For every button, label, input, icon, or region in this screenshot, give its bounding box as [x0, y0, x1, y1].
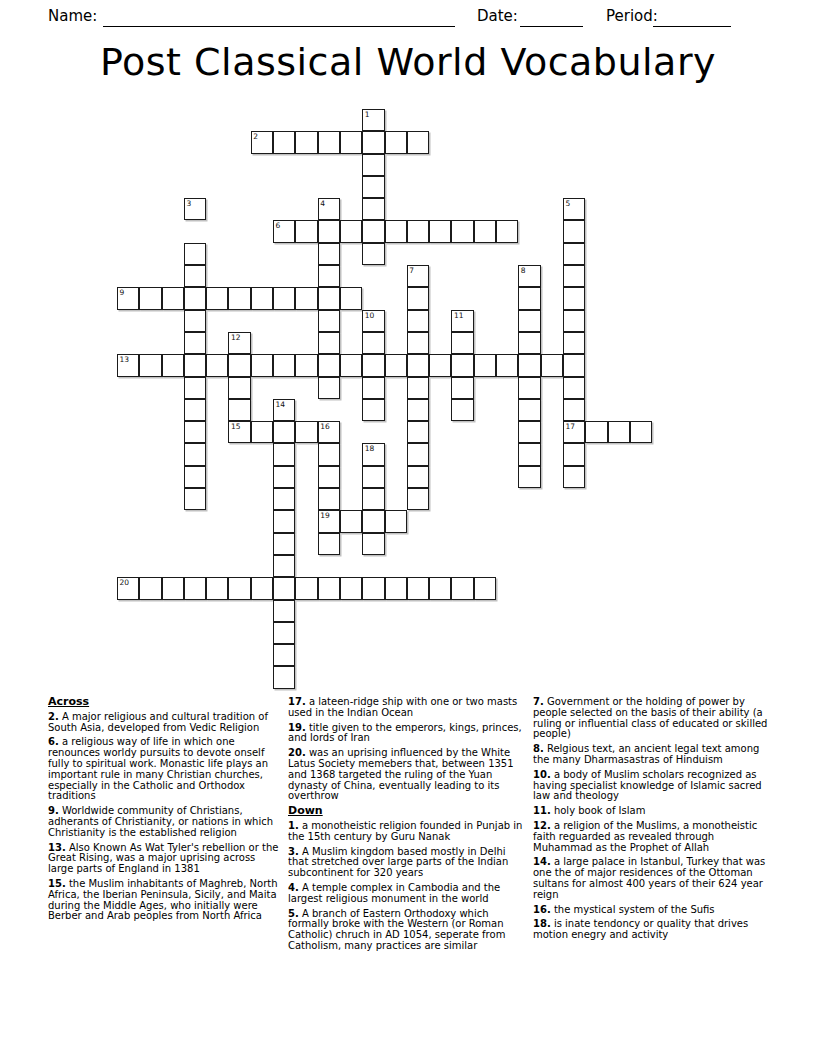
- grid-cell-r18c11[interactable]: [362, 510, 384, 532]
- grid-cell-r21c6[interactable]: [251, 577, 273, 599]
- cell-number-17: 17: [565, 422, 575, 431]
- clue-down-18: 18. is inate tendoncy or quality that dr…: [533, 919, 775, 941]
- grid-cell-r10c15[interactable]: [451, 332, 473, 354]
- grid-cell-r10c9[interactable]: [318, 332, 340, 354]
- cell-number-6: 6: [276, 221, 281, 230]
- grid-cell-r8c18[interactable]: [518, 287, 540, 309]
- grid-cell-r1c13[interactable]: [407, 131, 429, 153]
- grid-cell-r13c11[interactable]: [362, 399, 384, 421]
- clue-column-3: 7. Government or the holding of power by…: [533, 697, 775, 945]
- cell-number-9: 9: [120, 288, 125, 297]
- clue-down-5: 5. A branch of Eastern Orthodoxy which f…: [288, 909, 528, 952]
- grid-cell-r19c11[interactable]: [362, 533, 384, 555]
- grid-cell-r18c7[interactable]: [273, 510, 295, 532]
- grid-cell-r21c7[interactable]: [273, 577, 295, 599]
- grid-cell-r14c5[interactable]: 15: [228, 421, 250, 443]
- grid-cell-r21c11[interactable]: [362, 577, 384, 599]
- grid-cell-r1c6[interactable]: 2: [251, 131, 273, 153]
- grid-cell-r10c13[interactable]: [407, 332, 429, 354]
- grid-cell-r15c3[interactable]: [184, 443, 206, 465]
- grid-cell-r10c3[interactable]: [184, 332, 206, 354]
- clue-down-11: 11. holy book of Islam: [533, 806, 775, 817]
- clue-down-12: 12. a religion of the Muslims, a monothe…: [533, 821, 775, 853]
- grid-cell-r18c12[interactable]: [385, 510, 407, 532]
- cell-number-16: 16: [320, 422, 330, 431]
- grid-cell-r22c7[interactable]: [273, 600, 295, 622]
- grid-cell-r15c20[interactable]: [563, 443, 585, 465]
- grid-cell-r5c11[interactable]: [362, 220, 384, 242]
- grid-cell-r11c2[interactable]: [162, 354, 184, 376]
- clue-across-15: 15. the Muslim inhabitants of Maghreb, N…: [48, 879, 281, 922]
- down-clues-part1: 1. a monotheistic religion founded in Pu…: [288, 821, 528, 952]
- grid-cell-r12c5[interactable]: [228, 377, 250, 399]
- grid-cell-r6c20[interactable]: [563, 243, 585, 265]
- grid-cell-r12c20[interactable]: [563, 377, 585, 399]
- grid-cell-r0c11[interactable]: 1: [362, 109, 384, 131]
- grid-cell-r8c5[interactable]: [228, 287, 250, 309]
- date-line[interactable]: [520, 8, 583, 27]
- grid-cell-r5c17[interactable]: [496, 220, 518, 242]
- crossword-grid: 1234567891011121314151617181920: [117, 109, 652, 689]
- grid-cell-r11c3[interactable]: [184, 354, 206, 376]
- clue-down-10: 10. a body of Muslim scholars recognized…: [533, 770, 775, 802]
- grid-cell-r16c7[interactable]: [273, 466, 295, 488]
- grid-cell-r21c8[interactable]: [295, 577, 317, 599]
- grid-cell-r21c5[interactable]: [228, 577, 250, 599]
- grid-cell-r1c9[interactable]: [318, 131, 340, 153]
- grid-cell-r25c7[interactable]: [273, 666, 295, 688]
- grid-cell-r21c1[interactable]: [139, 577, 161, 599]
- cell-number-2: 2: [253, 132, 258, 141]
- grid-cell-r13c20[interactable]: [563, 399, 585, 421]
- grid-cell-r20c7[interactable]: [273, 555, 295, 577]
- grid-cell-r5c8[interactable]: [295, 220, 317, 242]
- grid-cell-r21c9[interactable]: [318, 577, 340, 599]
- grid-cell-r5c12[interactable]: [385, 220, 407, 242]
- clue-column-2: 17. a lateen-ridge ship with one or two …: [288, 697, 528, 956]
- cell-number-5: 5: [565, 199, 570, 208]
- cell-number-11: 11: [454, 311, 464, 320]
- grid-cell-r8c20[interactable]: [563, 287, 585, 309]
- grid-cell-r11c6[interactable]: [251, 354, 273, 376]
- grid-cell-r21c16[interactable]: [474, 577, 496, 599]
- grid-cell-r19c7[interactable]: [273, 533, 295, 555]
- cell-number-18: 18: [365, 444, 375, 453]
- grid-cell-r4c9[interactable]: 4: [318, 198, 340, 220]
- grid-cell-r11c9[interactable]: [318, 354, 340, 376]
- down-heading: Down: [288, 806, 528, 817]
- grid-cell-r21c13[interactable]: [407, 577, 429, 599]
- grid-cell-r4c11[interactable]: [362, 198, 384, 220]
- grid-cell-r11c4[interactable]: [206, 354, 228, 376]
- clue-down-3: 3. A Muslim kingdom based mostly in Delh…: [288, 847, 528, 879]
- grid-cell-r1c11[interactable]: [362, 131, 384, 153]
- grid-cell-r13c5[interactable]: [228, 399, 250, 421]
- grid-cell-r13c18[interactable]: [518, 399, 540, 421]
- grid-cell-r13c13[interactable]: [407, 399, 429, 421]
- grid-cell-r5c9[interactable]: [318, 220, 340, 242]
- grid-cell-r17c13[interactable]: [407, 488, 429, 510]
- grid-cell-r8c4[interactable]: [206, 287, 228, 309]
- grid-cell-r11c19[interactable]: [541, 354, 563, 376]
- cell-number-13: 13: [120, 355, 130, 364]
- clue-across-17: 17. a lateen-ridge ship with one or two …: [288, 697, 528, 719]
- grid-cell-r5c20[interactable]: [563, 220, 585, 242]
- grid-cell-r17c11[interactable]: [362, 488, 384, 510]
- grid-cell-r12c18[interactable]: [518, 377, 540, 399]
- grid-cell-r11c5[interactable]: [228, 354, 250, 376]
- grid-cell-r11c15[interactable]: [451, 354, 473, 376]
- grid-cell-r7c18[interactable]: 8: [518, 265, 540, 287]
- grid-cell-r15c7[interactable]: [273, 443, 295, 465]
- grid-cell-r11c12[interactable]: [385, 354, 407, 376]
- date-label: Date:: [477, 7, 518, 26]
- grid-cell-r9c3[interactable]: [184, 310, 206, 332]
- grid-cell-r8c9[interactable]: [318, 287, 340, 309]
- grid-cell-r5c7[interactable]: 6: [273, 220, 295, 242]
- grid-cell-r14c18[interactable]: [518, 421, 540, 443]
- grid-cell-r13c3[interactable]: [184, 399, 206, 421]
- clue-across-13: 13. Also Known As Wat Tyler's rebellion …: [48, 843, 281, 875]
- grid-cell-r4c20[interactable]: 5: [563, 198, 585, 220]
- cell-number-3: 3: [186, 199, 191, 208]
- grid-cell-r11c0[interactable]: 13: [117, 354, 139, 376]
- grid-cell-r7c13[interactable]: 7: [407, 265, 429, 287]
- grid-cell-r12c9[interactable]: [318, 377, 340, 399]
- grid-cell-r11c1[interactable]: [139, 354, 161, 376]
- grid-cell-r9c15[interactable]: 11: [451, 310, 473, 332]
- down-clues-part2: 7. Government or the holding of power by…: [533, 697, 775, 941]
- grid-cell-r21c2[interactable]: [162, 577, 184, 599]
- grid-cell-r17c3[interactable]: [184, 488, 206, 510]
- grid-cell-r5c14[interactable]: [429, 220, 451, 242]
- grid-cell-r12c15[interactable]: [451, 377, 473, 399]
- cell-number-7: 7: [409, 266, 414, 275]
- grid-cell-r14c7[interactable]: [273, 421, 295, 443]
- grid-cell-r10c11[interactable]: [362, 332, 384, 354]
- grid-cell-r15c9[interactable]: [318, 443, 340, 465]
- grid-cell-r17c9[interactable]: [318, 488, 340, 510]
- grid-cell-r14c20[interactable]: 17: [563, 421, 585, 443]
- grid-cell-r7c9[interactable]: [318, 265, 340, 287]
- grid-cell-r11c13[interactable]: [407, 354, 429, 376]
- period-label: Period:: [606, 7, 658, 26]
- grid-cell-r8c0[interactable]: 9: [117, 287, 139, 309]
- grid-cell-r5c10[interactable]: [340, 220, 362, 242]
- grid-cell-r7c3[interactable]: [184, 265, 206, 287]
- across-clues-part2: 17. a lateen-ridge ship with one or two …: [288, 697, 528, 802]
- grid-cell-r6c3[interactable]: [184, 243, 206, 265]
- grid-cell-r8c7[interactable]: [273, 287, 295, 309]
- cell-number-8: 8: [521, 266, 526, 275]
- grid-cell-r1c7[interactable]: [273, 131, 295, 153]
- grid-cell-r11c14[interactable]: [429, 354, 451, 376]
- grid-cell-r9c11[interactable]: 10: [362, 310, 384, 332]
- name-label: Name:: [48, 7, 97, 26]
- cell-number-10: 10: [365, 311, 375, 320]
- across-heading: Across: [48, 697, 281, 708]
- grid-cell-r14c6[interactable]: [251, 421, 273, 443]
- page-title: Post Classical World Vocabulary: [0, 38, 816, 86]
- grid-cell-r9c9[interactable]: [318, 310, 340, 332]
- grid-cell-r21c10[interactable]: [340, 577, 362, 599]
- grid-cell-r7c20[interactable]: [563, 265, 585, 287]
- clue-down-1: 1. a monotheistic religion founded in Pu…: [288, 821, 528, 843]
- grid-cell-r16c11[interactable]: [362, 466, 384, 488]
- clue-across-2: 2. A major religious and cultural tradit…: [48, 712, 281, 734]
- grid-cell-r11c17[interactable]: [496, 354, 518, 376]
- cell-number-14: 14: [276, 400, 286, 409]
- grid-cell-r13c15[interactable]: [451, 399, 473, 421]
- grid-cell-r12c3[interactable]: [184, 377, 206, 399]
- grid-cell-r16c3[interactable]: [184, 466, 206, 488]
- grid-cell-r11c10[interactable]: [340, 354, 362, 376]
- grid-cell-r6c11[interactable]: [362, 243, 384, 265]
- grid-cell-r1c10[interactable]: [340, 131, 362, 153]
- grid-cell-r8c3[interactable]: [184, 287, 206, 309]
- grid-cell-r8c1[interactable]: [139, 287, 161, 309]
- clue-down-16: 16. the mystical system of the Sufis: [533, 905, 775, 916]
- grid-cell-r2c11[interactable]: [362, 154, 384, 176]
- grid-cell-r23c7[interactable]: [273, 622, 295, 644]
- grid-cell-r21c4[interactable]: [206, 577, 228, 599]
- name-line[interactable]: [103, 8, 455, 27]
- grid-cell-r10c5[interactable]: 12: [228, 332, 250, 354]
- grid-cell-r21c14[interactable]: [429, 577, 451, 599]
- grid-cell-r11c7[interactable]: [273, 354, 295, 376]
- grid-cell-r11c16[interactable]: [474, 354, 496, 376]
- cell-number-4: 4: [320, 199, 325, 208]
- grid-cell-r19c9[interactable]: [318, 533, 340, 555]
- grid-cell-r14c13[interactable]: [407, 421, 429, 443]
- grid-cell-r8c2[interactable]: [162, 287, 184, 309]
- cell-number-15: 15: [231, 422, 241, 431]
- grid-cell-r12c13[interactable]: [407, 377, 429, 399]
- grid-cell-r12c11[interactable]: [362, 377, 384, 399]
- grid-cell-r15c13[interactable]: [407, 443, 429, 465]
- grid-cell-r11c18[interactable]: [518, 354, 540, 376]
- grid-cell-r11c11[interactable]: [362, 354, 384, 376]
- period-line[interactable]: [653, 8, 731, 27]
- grid-cell-r9c20[interactable]: [563, 310, 585, 332]
- grid-cell-r4c3[interactable]: 3: [184, 198, 206, 220]
- grid-cell-r14c8[interactable]: [295, 421, 317, 443]
- grid-cell-r5c16[interactable]: [474, 220, 496, 242]
- clue-across-19: 19. title given to the emperors, kings, …: [288, 723, 528, 745]
- grid-cell-r10c20[interactable]: [563, 332, 585, 354]
- grid-cell-r16c18[interactable]: [518, 466, 540, 488]
- grid-cell-r11c8[interactable]: [295, 354, 317, 376]
- grid-cell-r21c3[interactable]: [184, 577, 206, 599]
- grid-cell-r8c13[interactable]: [407, 287, 429, 309]
- grid-cell-r16c13[interactable]: [407, 466, 429, 488]
- grid-cell-r8c10[interactable]: [340, 287, 362, 309]
- clue-down-8: 8. Relgious text, an ancient legal text …: [533, 744, 775, 766]
- cell-number-1: 1: [365, 110, 370, 119]
- grid-cell-r11c20[interactable]: [563, 354, 585, 376]
- grid-cell-r3c11[interactable]: [362, 176, 384, 198]
- grid-cell-r8c6[interactable]: [251, 287, 273, 309]
- grid-cell-r21c15[interactable]: [451, 577, 473, 599]
- clue-down-14: 14. a large palace in Istanbul, Turkey t…: [533, 857, 775, 900]
- grid-cell-r18c10[interactable]: [340, 510, 362, 532]
- grid-cell-r10c18[interactable]: [518, 332, 540, 354]
- grid-cell-r15c18[interactable]: [518, 443, 540, 465]
- clue-across-20: 20. was an uprising influenced by the Wh…: [288, 748, 528, 802]
- grid-cell-r14c21[interactable]: [585, 421, 607, 443]
- grid-cell-r18c9[interactable]: 19: [318, 510, 340, 532]
- grid-cell-r16c20[interactable]: [563, 466, 585, 488]
- grid-cell-r17c7[interactable]: [273, 488, 295, 510]
- worksheet-page: Name: Date: Period: Post Classical World…: [0, 0, 816, 1056]
- grid-cell-r5c13[interactable]: [407, 220, 429, 242]
- grid-cell-r8c8[interactable]: [295, 287, 317, 309]
- grid-cell-r14c9[interactable]: 16: [318, 421, 340, 443]
- cell-number-20: 20: [120, 578, 130, 587]
- across-clues-part1: 2. A major religious and cultural tradit…: [48, 712, 281, 922]
- clue-across-6: 6. a religious way of life in which one …: [48, 737, 281, 802]
- clue-across-9: 9. Worldwide community of Christians, ad…: [48, 806, 281, 838]
- grid-cell-r21c0[interactable]: 20: [117, 577, 139, 599]
- grid-cell-r15c11[interactable]: 18: [362, 443, 384, 465]
- grid-cell-r9c18[interactable]: [518, 310, 540, 332]
- grid-cell-r13c7[interactable]: 14: [273, 399, 295, 421]
- clue-down-7: 7. Government or the holding of power by…: [533, 697, 775, 740]
- clue-down-4: 4. A temple complex in Cambodia and the …: [288, 883, 528, 905]
- grid-cell-r1c8[interactable]: [295, 131, 317, 153]
- grid-cell-r14c23[interactable]: [630, 421, 652, 443]
- cell-number-19: 19: [320, 511, 330, 520]
- cell-number-12: 12: [231, 333, 241, 342]
- grid-cell-r1c12[interactable]: [385, 131, 407, 153]
- clue-column-1: Across 2. A major religious and cultural…: [48, 697, 281, 926]
- grid-cell-r21c12[interactable]: [385, 577, 407, 599]
- grid-cell-r24c7[interactable]: [273, 644, 295, 666]
- grid-cell-r5c15[interactable]: [451, 220, 473, 242]
- grid-cell-r6c9[interactable]: [318, 243, 340, 265]
- grid-cell-r14c22[interactable]: [608, 421, 630, 443]
- grid-cell-r16c9[interactable]: [318, 466, 340, 488]
- grid-cell-r14c3[interactable]: [184, 421, 206, 443]
- grid-cell-r9c13[interactable]: [407, 310, 429, 332]
